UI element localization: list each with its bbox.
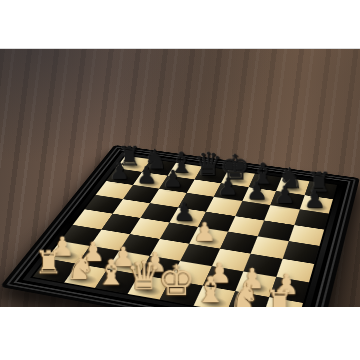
piece-shadow [136, 178, 162, 188]
board-square: ♛ [127, 274, 170, 299]
piece-shadow [240, 281, 270, 295]
board-square [276, 258, 315, 282]
product-photo: ♜♞♝♛♚♝♞♜♟♟♟♟♟♟♟♟♟♟♟♟♟♟♟♟♜♞♝♛♚♝♞♜ [0, 0, 360, 360]
piece-shadow [38, 267, 69, 280]
piece-shadow [164, 289, 195, 303]
board-square [288, 225, 324, 246]
board-square: ♟ [242, 187, 276, 205]
piece-shadow [68, 272, 99, 286]
board-square: ♝ [168, 163, 202, 179]
piece-shadow [132, 283, 163, 297]
board-square: ♟ [299, 195, 333, 214]
piece-shadow [194, 235, 222, 247]
piece-shadow [173, 214, 200, 225]
chess-board: ♜♞♝♛♚♝♞♜♟♟♟♟♟♟♟♟♟♟♟♟♟♟♟♟♜♞♝♛♚♝♞♜ [0, 145, 360, 309]
board-square: ♟ [47, 241, 89, 264]
board-frame: ♜♞♝♛♚♝♞♜♟♟♟♟♟♟♟♟♟♟♟♟♟♟♟♟♜♞♝♛♚♝♞♜ [0, 145, 360, 309]
board-square: ♟ [270, 191, 304, 210]
piece-shadow [100, 278, 131, 292]
table-surface: ♜♞♝♛♚♝♞♜♟♟♟♟♟♟♟♟♟♟♟♟♟♟♟♟♜♞♝♛♚♝♞♜ [0, 48, 360, 309]
board-grid: ♜♞♝♛♚♝♞♜♟♟♟♟♟♟♟♟♟♟♟♟♟♟♟♟♜♞♝♛♚♝♞♜ [33, 156, 337, 309]
white-backdrop-bottom [0, 307, 360, 360]
piece-shadow [172, 169, 197, 178]
white-backdrop-top [0, 0, 360, 48]
